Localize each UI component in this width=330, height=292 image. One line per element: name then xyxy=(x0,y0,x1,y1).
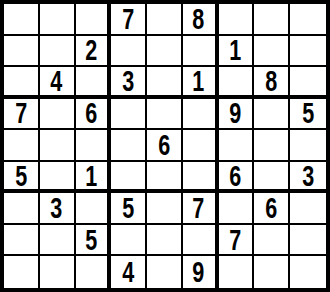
cell-r3c2[interactable]: 4 xyxy=(40,67,76,99)
cell-r5c9[interactable] xyxy=(290,130,326,162)
cell-r5c3[interactable] xyxy=(76,130,112,162)
cell-r5c7[interactable] xyxy=(219,130,255,162)
cell-r6c3[interactable]: 1 xyxy=(76,162,112,194)
cell-r9c1[interactable] xyxy=(4,256,40,288)
cell-r6c4[interactable] xyxy=(111,162,147,194)
cell-r8c6[interactable] xyxy=(183,225,219,257)
given-digit: 9 xyxy=(230,99,242,129)
cell-r7c1[interactable] xyxy=(4,193,40,225)
cell-r4c8[interactable] xyxy=(254,99,290,131)
given-digit: 1 xyxy=(193,67,205,96)
cell-r9c4[interactable]: 4 xyxy=(111,256,147,288)
cell-r7c7[interactable] xyxy=(219,193,255,225)
cell-r2c5[interactable] xyxy=(147,36,183,68)
cell-r1c9[interactable] xyxy=(290,4,326,36)
given-digit: 5 xyxy=(122,193,134,223)
given-digit: 3 xyxy=(122,67,134,96)
cell-r8c8[interactable] xyxy=(254,225,290,257)
cell-r2c3[interactable]: 2 xyxy=(76,36,112,68)
cell-r6c2[interactable] xyxy=(40,162,76,194)
cell-r9c9[interactable] xyxy=(290,256,326,288)
cell-r1c4[interactable]: 7 xyxy=(111,4,147,36)
given-digit: 5 xyxy=(302,99,314,129)
given-digit: 8 xyxy=(265,67,277,96)
cell-r1c7[interactable] xyxy=(219,4,255,36)
cell-r2c9[interactable] xyxy=(290,36,326,68)
cell-r4c4[interactable] xyxy=(111,99,147,131)
cell-r5c8[interactable] xyxy=(254,130,290,162)
cell-r9c3[interactable] xyxy=(76,256,112,288)
cell-r2c7[interactable]: 1 xyxy=(219,36,255,68)
cell-r1c6[interactable]: 8 xyxy=(183,4,219,36)
cell-r6c9[interactable]: 3 xyxy=(290,162,326,194)
given-digit: 3 xyxy=(302,162,314,191)
cell-r6c5[interactable] xyxy=(147,162,183,194)
cell-r9c5[interactable] xyxy=(147,256,183,288)
cell-r6c8[interactable] xyxy=(254,162,290,194)
cell-r2c8[interactable] xyxy=(254,36,290,68)
cell-r7c5[interactable] xyxy=(147,193,183,225)
given-digit: 4 xyxy=(122,257,134,287)
cell-r5c5[interactable]: 6 xyxy=(147,130,183,162)
cell-r3c7[interactable] xyxy=(219,67,255,99)
cell-r8c7[interactable]: 7 xyxy=(219,225,255,257)
given-digit: 8 xyxy=(193,4,205,34)
cell-r1c5[interactable] xyxy=(147,4,183,36)
given-digit: 2 xyxy=(85,36,97,66)
cell-r7c2[interactable]: 3 xyxy=(40,193,76,225)
cell-r4c1[interactable]: 7 xyxy=(4,99,40,131)
cell-r4c2[interactable] xyxy=(40,99,76,131)
cell-r4c6[interactable] xyxy=(183,99,219,131)
cell-r3c8[interactable]: 8 xyxy=(254,67,290,99)
given-digit: 6 xyxy=(85,99,97,129)
cell-r4c3[interactable]: 6 xyxy=(76,99,112,131)
given-digit: 1 xyxy=(85,162,97,191)
cell-r5c2[interactable] xyxy=(40,130,76,162)
cell-r3c4[interactable]: 3 xyxy=(111,67,147,99)
cell-r8c2[interactable] xyxy=(40,225,76,257)
cell-r7c9[interactable] xyxy=(290,193,326,225)
given-digit: 5 xyxy=(15,162,27,191)
given-digit: 1 xyxy=(230,36,242,66)
cell-r1c3[interactable] xyxy=(76,4,112,36)
given-digit: 4 xyxy=(51,67,63,96)
given-digit: 9 xyxy=(193,257,205,287)
cell-r3c1[interactable] xyxy=(4,67,40,99)
given-digit: 7 xyxy=(230,225,242,255)
cell-r8c3[interactable]: 5 xyxy=(76,225,112,257)
cell-r4c5[interactable] xyxy=(147,99,183,131)
cell-r2c1[interactable] xyxy=(4,36,40,68)
cell-r6c7[interactable]: 6 xyxy=(219,162,255,194)
cell-r6c6[interactable] xyxy=(183,162,219,194)
cell-r7c8[interactable]: 6 xyxy=(254,193,290,225)
cell-r5c1[interactable] xyxy=(4,130,40,162)
cell-r2c4[interactable] xyxy=(111,36,147,68)
given-digit: 6 xyxy=(158,130,170,160)
cell-r8c4[interactable] xyxy=(111,225,147,257)
cell-r5c4[interactable] xyxy=(111,130,147,162)
cell-r4c9[interactable]: 5 xyxy=(290,99,326,131)
sudoku-board: 7821431876956516335765749 xyxy=(0,0,330,292)
cell-r4c7[interactable]: 9 xyxy=(219,99,255,131)
cell-r9c8[interactable] xyxy=(254,256,290,288)
cell-r2c6[interactable] xyxy=(183,36,219,68)
cell-r1c8[interactable] xyxy=(254,4,290,36)
cell-r9c6[interactable]: 9 xyxy=(183,256,219,288)
given-digit: 6 xyxy=(265,193,277,223)
given-digit: 3 xyxy=(51,193,63,223)
given-digit: 7 xyxy=(193,193,205,223)
cell-r1c2[interactable] xyxy=(40,4,76,36)
cell-r6c1[interactable]: 5 xyxy=(4,162,40,194)
cell-r1c1[interactable] xyxy=(4,4,40,36)
cell-r3c5[interactable] xyxy=(147,67,183,99)
cell-r5c6[interactable] xyxy=(183,130,219,162)
cell-r3c3[interactable] xyxy=(76,67,112,99)
given-digit: 5 xyxy=(85,225,97,255)
cell-r8c9[interactable] xyxy=(290,225,326,257)
cell-r7c4[interactable]: 5 xyxy=(111,193,147,225)
cell-r3c9[interactable] xyxy=(290,67,326,99)
cell-r9c2[interactable] xyxy=(40,256,76,288)
cell-r2c2[interactable] xyxy=(40,36,76,68)
cell-r7c3[interactable] xyxy=(76,193,112,225)
cell-r8c1[interactable] xyxy=(4,225,40,257)
given-digit: 6 xyxy=(230,162,242,191)
cell-r3c6[interactable]: 1 xyxy=(183,67,219,99)
cell-r7c6[interactable]: 7 xyxy=(183,193,219,225)
given-digit: 7 xyxy=(122,4,134,34)
given-digit: 7 xyxy=(15,99,27,129)
cell-r8c5[interactable] xyxy=(147,225,183,257)
cell-r9c7[interactable] xyxy=(219,256,255,288)
